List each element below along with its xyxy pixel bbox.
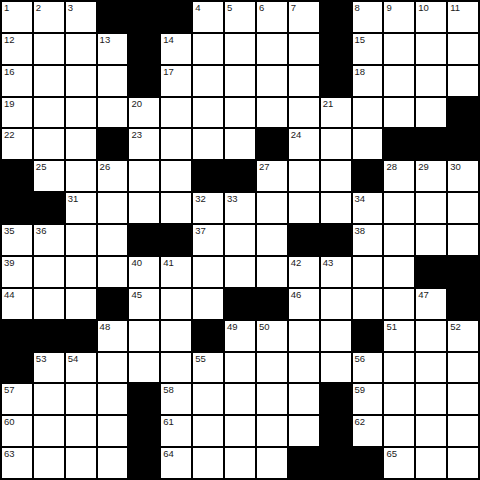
- cell-r11c4[interactable]: 48: [98, 321, 128, 351]
- cell-r1c15[interactable]: 11: [448, 2, 478, 32]
- cell-r2c1[interactable]: 12: [2, 34, 32, 64]
- cell-r6c10[interactable]: [289, 161, 319, 191]
- block-r10c4: [98, 289, 128, 319]
- cell-r10c2[interactable]: [34, 289, 64, 319]
- clue-number-7: 7: [291, 2, 296, 14]
- cell-r15c4[interactable]: [98, 448, 128, 478]
- cell-r2c9[interactable]: [257, 34, 287, 64]
- cell-r8c9[interactable]: [257, 225, 287, 255]
- cell-r7c13[interactable]: [384, 193, 414, 223]
- block-r11c3: [66, 321, 96, 351]
- cell-r2c14[interactable]: [416, 34, 446, 64]
- cell-r14c4[interactable]: [98, 416, 128, 446]
- block-r14c5: [129, 416, 159, 446]
- cell-r12c11[interactable]: [321, 353, 351, 383]
- clue-number-48: 48: [100, 321, 111, 333]
- cell-r6c14[interactable]: 29: [416, 161, 446, 191]
- cell-r14c6[interactable]: 61: [161, 416, 191, 446]
- cell-r7c5[interactable]: [129, 193, 159, 223]
- block-r7c2: [34, 193, 64, 223]
- clue-number-4: 4: [195, 2, 200, 14]
- block-r3c11: [321, 66, 351, 96]
- cell-r11c14[interactable]: [416, 321, 446, 351]
- cell-r12c2[interactable]: 53: [34, 353, 64, 383]
- clue-number-38: 38: [355, 225, 366, 237]
- cell-r3c1[interactable]: 16: [2, 66, 32, 96]
- cell-r9c1[interactable]: 39: [2, 257, 32, 287]
- cell-r10c6[interactable]: [161, 289, 191, 319]
- clue-number-57: 57: [4, 384, 15, 396]
- cell-r6c3[interactable]: [66, 161, 96, 191]
- clue-number-55: 55: [195, 353, 206, 365]
- cell-r12c7[interactable]: 55: [193, 353, 223, 383]
- cell-r15c1[interactable]: 63: [2, 448, 32, 478]
- cell-r7c10[interactable]: [289, 193, 319, 223]
- cell-r1c9[interactable]: 6: [257, 2, 287, 32]
- cell-r10c10[interactable]: 46: [289, 289, 319, 319]
- cell-r5c6[interactable]: [161, 129, 191, 159]
- clue-number-43: 43: [323, 257, 334, 269]
- clue-number-64: 64: [163, 448, 174, 460]
- cell-r2c15[interactable]: [448, 34, 478, 64]
- cell-r10c7[interactable]: [193, 289, 223, 319]
- block-r6c8: [225, 161, 255, 191]
- cell-r7c15[interactable]: [448, 193, 478, 223]
- cell-r11c10[interactable]: [289, 321, 319, 351]
- cell-r6c15[interactable]: 30: [448, 161, 478, 191]
- clue-number-40: 40: [131, 257, 142, 269]
- block-r1c6: [161, 2, 191, 32]
- cell-r11c5[interactable]: [129, 321, 159, 351]
- block-r5c14: [416, 129, 446, 159]
- clue-number-16: 16: [4, 66, 15, 78]
- clue-number-58: 58: [163, 384, 174, 396]
- clue-number-23: 23: [131, 129, 142, 141]
- clue-number-62: 62: [355, 416, 366, 428]
- clue-number-12: 12: [4, 34, 15, 46]
- cell-r15c13[interactable]: 65: [384, 448, 414, 478]
- cell-r12c8[interactable]: [225, 353, 255, 383]
- block-r10c8: [225, 289, 255, 319]
- clue-number-53: 53: [36, 353, 47, 365]
- cell-r9c11[interactable]: 43: [321, 257, 351, 287]
- cell-r5c1[interactable]: 22: [2, 129, 32, 159]
- clue-number-9: 9: [386, 2, 391, 14]
- cell-r12c10[interactable]: [289, 353, 319, 383]
- cell-r14c2[interactable]: [34, 416, 64, 446]
- cell-r11c9[interactable]: 50: [257, 321, 287, 351]
- block-r4c15: [448, 98, 478, 128]
- cell-r13c9[interactable]: [257, 384, 287, 414]
- cell-r3c10[interactable]: [289, 66, 319, 96]
- clue-number-31: 31: [68, 193, 79, 205]
- cell-r8c7[interactable]: 37: [193, 225, 223, 255]
- cell-r13c7[interactable]: [193, 384, 223, 414]
- block-r6c7: [193, 161, 223, 191]
- cell-r9c10[interactable]: 42: [289, 257, 319, 287]
- cell-r1c7[interactable]: 4: [193, 2, 223, 32]
- cell-r12c15[interactable]: [448, 353, 478, 383]
- cell-r9c2[interactable]: [34, 257, 64, 287]
- cell-r4c12[interactable]: [353, 98, 383, 128]
- cell-r9c13[interactable]: [384, 257, 414, 287]
- cell-r4c2[interactable]: [34, 98, 64, 128]
- cell-r1c14[interactable]: 10: [416, 2, 446, 32]
- block-r2c11: [321, 34, 351, 64]
- cell-r3c4[interactable]: [98, 66, 128, 96]
- cell-r1c1[interactable]: 1: [2, 2, 32, 32]
- cell-r2c10[interactable]: [289, 34, 319, 64]
- cell-r2c2[interactable]: [34, 34, 64, 64]
- crossword-board: 1234567891011121314151617181920212223242…: [0, 0, 480, 480]
- cell-r3c6[interactable]: 17: [161, 66, 191, 96]
- block-r3c5: [129, 66, 159, 96]
- cell-r3c7[interactable]: [193, 66, 223, 96]
- cell-r12c13[interactable]: [384, 353, 414, 383]
- block-r7c1: [2, 193, 32, 223]
- cell-r7c12[interactable]: 34: [353, 193, 383, 223]
- cell-r6c5[interactable]: [129, 161, 159, 191]
- cell-r4c8[interactable]: [225, 98, 255, 128]
- block-r5c4: [98, 129, 128, 159]
- cell-r9c5[interactable]: 40: [129, 257, 159, 287]
- block-r11c2: [34, 321, 64, 351]
- cell-r15c6[interactable]: 64: [161, 448, 191, 478]
- cell-r15c14[interactable]: [416, 448, 446, 478]
- cell-r15c2[interactable]: [34, 448, 64, 478]
- cell-r14c15[interactable]: [448, 416, 478, 446]
- cell-r5c5[interactable]: 23: [129, 129, 159, 159]
- clue-number-52: 52: [450, 321, 461, 333]
- cell-r6c9[interactable]: 27: [257, 161, 287, 191]
- clue-number-15: 15: [355, 34, 366, 46]
- cell-r3c14[interactable]: [416, 66, 446, 96]
- cell-r13c1[interactable]: 57: [2, 384, 32, 414]
- clue-number-19: 19: [4, 98, 15, 110]
- cell-r4c5[interactable]: 20: [129, 98, 159, 128]
- cell-r5c10[interactable]: 24: [289, 129, 319, 159]
- clue-number-24: 24: [291, 129, 302, 141]
- cell-r5c11[interactable]: [321, 129, 351, 159]
- block-r11c1: [2, 321, 32, 351]
- cell-r5c12[interactable]: [353, 129, 383, 159]
- cell-r11c15[interactable]: 52: [448, 321, 478, 351]
- cell-r4c7[interactable]: [193, 98, 223, 128]
- cell-r14c3[interactable]: [66, 416, 96, 446]
- cell-r14c13[interactable]: [384, 416, 414, 446]
- cell-r7c7[interactable]: 32: [193, 193, 223, 223]
- cell-r4c6[interactable]: [161, 98, 191, 128]
- block-r15c5: [129, 448, 159, 478]
- cell-r10c5[interactable]: 45: [129, 289, 159, 319]
- cell-r13c4[interactable]: [98, 384, 128, 414]
- clue-number-36: 36: [36, 225, 47, 237]
- clue-number-32: 32: [195, 193, 206, 205]
- cell-r12c4[interactable]: [98, 353, 128, 383]
- cell-r9c6[interactable]: 41: [161, 257, 191, 287]
- cell-r15c9[interactable]: [257, 448, 287, 478]
- cell-r9c7[interactable]: [193, 257, 223, 287]
- cell-r15c15[interactable]: [448, 448, 478, 478]
- cell-r10c13[interactable]: [384, 289, 414, 319]
- cell-r15c7[interactable]: [193, 448, 223, 478]
- cell-r7c9[interactable]: [257, 193, 287, 223]
- clue-number-8: 8: [355, 2, 360, 14]
- cell-r13c6[interactable]: 58: [161, 384, 191, 414]
- clue-number-28: 28: [386, 161, 397, 173]
- cell-r7c8[interactable]: 33: [225, 193, 255, 223]
- cell-r12c14[interactable]: [416, 353, 446, 383]
- clue-number-54: 54: [68, 353, 79, 365]
- cell-r7c6[interactable]: [161, 193, 191, 223]
- cell-r12c9[interactable]: [257, 353, 287, 383]
- cell-r11c13[interactable]: 51: [384, 321, 414, 351]
- clue-number-18: 18: [355, 66, 366, 78]
- block-r8c11: [321, 225, 351, 255]
- cell-r6c4[interactable]: 26: [98, 161, 128, 191]
- cell-r2c8[interactable]: [225, 34, 255, 64]
- cell-r10c3[interactable]: [66, 289, 96, 319]
- clue-number-25: 25: [36, 161, 47, 173]
- clue-number-22: 22: [4, 129, 15, 141]
- clue-number-59: 59: [355, 384, 366, 396]
- cell-r1c3[interactable]: 3: [66, 2, 96, 32]
- cell-r9c8[interactable]: [225, 257, 255, 287]
- cell-r7c4[interactable]: [98, 193, 128, 223]
- cell-r14c12[interactable]: 62: [353, 416, 383, 446]
- cell-r5c7[interactable]: [193, 129, 223, 159]
- cell-r5c3[interactable]: [66, 129, 96, 159]
- block-r13c5: [129, 384, 159, 414]
- clue-number-21: 21: [323, 98, 334, 110]
- clue-number-65: 65: [386, 448, 397, 460]
- cell-r12c5[interactable]: [129, 353, 159, 383]
- cell-r2c7[interactable]: [193, 34, 223, 64]
- cell-r12c12[interactable]: 56: [353, 353, 383, 383]
- cell-r4c3[interactable]: [66, 98, 96, 128]
- cell-r1c2[interactable]: 2: [34, 2, 64, 32]
- cell-r15c8[interactable]: [225, 448, 255, 478]
- cell-r14c9[interactable]: [257, 416, 287, 446]
- clue-number-30: 30: [450, 161, 461, 173]
- block-r15c12: [353, 448, 383, 478]
- block-r10c9: [257, 289, 287, 319]
- cell-r2c4[interactable]: 13: [98, 34, 128, 64]
- clue-number-50: 50: [259, 321, 270, 333]
- cell-r8c4[interactable]: [98, 225, 128, 255]
- clue-number-14: 14: [163, 34, 174, 46]
- cell-r4c1[interactable]: 19: [2, 98, 32, 128]
- clue-number-3: 3: [68, 2, 73, 14]
- clue-number-39: 39: [4, 257, 15, 269]
- cell-r6c2[interactable]: 25: [34, 161, 64, 191]
- cell-r3c3[interactable]: [66, 66, 96, 96]
- cell-r12c3[interactable]: 54: [66, 353, 96, 383]
- cell-r8c2[interactable]: 36: [34, 225, 64, 255]
- clue-number-60: 60: [4, 416, 15, 428]
- block-r9c15: [448, 257, 478, 287]
- cell-r5c8[interactable]: [225, 129, 255, 159]
- clue-number-33: 33: [227, 193, 238, 205]
- block-r5c15: [448, 129, 478, 159]
- clue-number-26: 26: [100, 161, 111, 173]
- cell-r2c3[interactable]: [66, 34, 96, 64]
- cell-r13c13[interactable]: [384, 384, 414, 414]
- cell-r13c10[interactable]: [289, 384, 319, 414]
- block-r6c12: [353, 161, 383, 191]
- clue-number-13: 13: [100, 34, 111, 46]
- cell-r6c11[interactable]: [321, 161, 351, 191]
- block-r6c1: [2, 161, 32, 191]
- cell-r14c8[interactable]: [225, 416, 255, 446]
- cell-r1c10[interactable]: 7: [289, 2, 319, 32]
- block-r2c5: [129, 34, 159, 64]
- block-r1c11: [321, 2, 351, 32]
- block-r1c4: [98, 2, 128, 32]
- block-r8c10: [289, 225, 319, 255]
- clue-number-27: 27: [259, 161, 270, 173]
- cell-r3c9[interactable]: [257, 66, 287, 96]
- cell-r3c2[interactable]: [34, 66, 64, 96]
- cell-r1c13[interactable]: 9: [384, 2, 414, 32]
- clue-number-51: 51: [386, 321, 397, 333]
- cell-r4c9[interactable]: [257, 98, 287, 128]
- cell-r11c6[interactable]: [161, 321, 191, 351]
- block-r1c5: [129, 2, 159, 32]
- cell-r14c10[interactable]: [289, 416, 319, 446]
- cell-r2c13[interactable]: [384, 34, 414, 64]
- cell-r8c14[interactable]: [416, 225, 446, 255]
- cell-r3c13[interactable]: [384, 66, 414, 96]
- cell-r3c8[interactable]: [225, 66, 255, 96]
- block-r14c11: [321, 416, 351, 446]
- clue-number-47: 47: [418, 289, 429, 301]
- cell-r13c3[interactable]: [66, 384, 96, 414]
- cell-r8c15[interactable]: [448, 225, 478, 255]
- block-r8c5: [129, 225, 159, 255]
- cell-r4c13[interactable]: [384, 98, 414, 128]
- block-r5c13: [384, 129, 414, 159]
- cell-r13c15[interactable]: [448, 384, 478, 414]
- clue-number-63: 63: [4, 448, 15, 460]
- cell-r2c6[interactable]: 14: [161, 34, 191, 64]
- cell-r4c14[interactable]: [416, 98, 446, 128]
- clue-number-44: 44: [4, 289, 15, 301]
- clue-number-37: 37: [195, 225, 206, 237]
- cell-r10c12[interactable]: [353, 289, 383, 319]
- clue-number-29: 29: [418, 161, 429, 173]
- cell-r9c12[interactable]: [353, 257, 383, 287]
- clue-number-34: 34: [355, 193, 366, 205]
- cell-r13c12[interactable]: 59: [353, 384, 383, 414]
- block-r13c11: [321, 384, 351, 414]
- cell-r11c8[interactable]: 49: [225, 321, 255, 351]
- cell-r9c4[interactable]: [98, 257, 128, 287]
- clue-number-35: 35: [4, 225, 15, 237]
- cell-r13c2[interactable]: [34, 384, 64, 414]
- cell-r4c11[interactable]: 21: [321, 98, 351, 128]
- cell-r13c14[interactable]: [416, 384, 446, 414]
- clue-number-46: 46: [291, 289, 302, 301]
- block-r12c1: [2, 353, 32, 383]
- cell-r8c3[interactable]: [66, 225, 96, 255]
- cell-r7c14[interactable]: [416, 193, 446, 223]
- cell-r15c3[interactable]: [66, 448, 96, 478]
- cell-r4c10[interactable]: [289, 98, 319, 128]
- clue-number-45: 45: [131, 289, 142, 301]
- cell-r1c12[interactable]: 8: [353, 2, 383, 32]
- clue-number-20: 20: [131, 98, 142, 110]
- cell-r3c12[interactable]: 18: [353, 66, 383, 96]
- cell-r11c11[interactable]: [321, 321, 351, 351]
- block-r15c11: [321, 448, 351, 478]
- clue-number-5: 5: [227, 2, 232, 14]
- cell-r10c14[interactable]: 47: [416, 289, 446, 319]
- cell-r14c7[interactable]: [193, 416, 223, 446]
- clue-number-49: 49: [227, 321, 238, 333]
- cell-r8c12[interactable]: 38: [353, 225, 383, 255]
- clue-number-41: 41: [163, 257, 174, 269]
- clue-number-17: 17: [163, 66, 174, 78]
- cell-r1c8[interactable]: 5: [225, 2, 255, 32]
- block-r10c15: [448, 289, 478, 319]
- cell-r4c4[interactable]: [98, 98, 128, 128]
- block-r8c6: [161, 225, 191, 255]
- cell-r7c11[interactable]: [321, 193, 351, 223]
- clue-number-56: 56: [355, 353, 366, 365]
- cell-r3c15[interactable]: [448, 66, 478, 96]
- cell-r6c13[interactable]: 28: [384, 161, 414, 191]
- cell-r13c8[interactable]: [225, 384, 255, 414]
- cell-r9c3[interactable]: [66, 257, 96, 287]
- block-r9c14: [416, 257, 446, 287]
- cell-r12c6[interactable]: [161, 353, 191, 383]
- cell-r14c1[interactable]: 60: [2, 416, 32, 446]
- cell-r10c1[interactable]: 44: [2, 289, 32, 319]
- cell-r10c11[interactable]: [321, 289, 351, 319]
- cell-r7c3[interactable]: 31: [66, 193, 96, 223]
- block-r15c10: [289, 448, 319, 478]
- cell-r8c8[interactable]: [225, 225, 255, 255]
- cell-r8c1[interactable]: 35: [2, 225, 32, 255]
- block-r11c7: [193, 321, 223, 351]
- clue-number-61: 61: [163, 416, 174, 428]
- clue-number-6: 6: [259, 2, 264, 14]
- block-r5c9: [257, 129, 287, 159]
- cell-r9c9[interactable]: [257, 257, 287, 287]
- cell-r14c14[interactable]: [416, 416, 446, 446]
- cell-r8c13[interactable]: [384, 225, 414, 255]
- cell-r6c6[interactable]: [161, 161, 191, 191]
- clue-number-42: 42: [291, 257, 302, 269]
- cell-r2c12[interactable]: 15: [353, 34, 383, 64]
- clue-number-11: 11: [450, 2, 460, 14]
- clue-number-10: 10: [418, 2, 429, 14]
- cell-r5c2[interactable]: [34, 129, 64, 159]
- clue-number-1: 1: [4, 2, 9, 14]
- clue-number-2: 2: [36, 2, 41, 14]
- block-r11c12: [353, 321, 383, 351]
